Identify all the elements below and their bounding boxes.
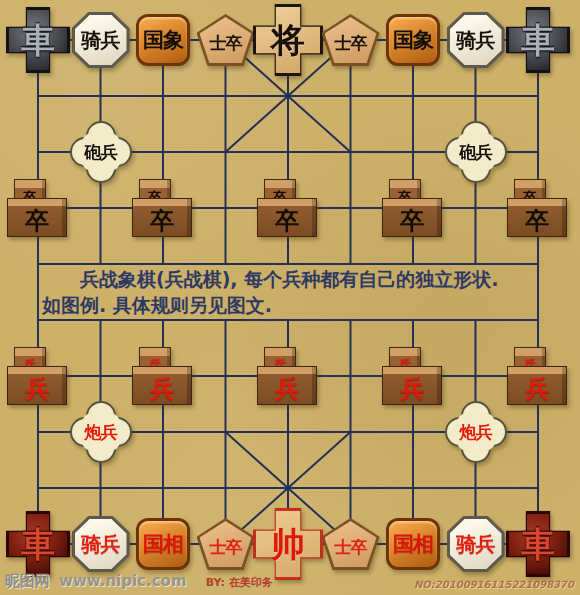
piece-red-chariot[interactable]: 車: [506, 511, 570, 577]
piece-red-elephant[interactable]: 国相: [386, 518, 440, 570]
piece-black-elephant[interactable]: 国象: [136, 14, 190, 66]
author-credit: BY: 在美印务: [206, 576, 273, 589]
piece-black-elephant[interactable]: 国象: [386, 14, 440, 66]
piece-red-guard[interactable]: 士卒: [322, 518, 380, 570]
piece-black-soldier[interactable]: 卒卒: [7, 179, 69, 237]
river-annotation-line2: 如图例. 具体规则另见图文.: [42, 292, 542, 318]
piece-black-soldier[interactable]: 卒卒: [132, 179, 194, 237]
piece-red-soldier[interactable]: 兵兵: [382, 347, 444, 405]
xiangqi-board: 車骑兵国象士卒将士卒国象骑兵車砲兵砲兵卒卒卒卒卒卒卒卒卒卒兵兵兵兵兵兵兵兵兵兵炮…: [0, 0, 580, 595]
river-annotation: 兵战象棋(兵战棋), 每个兵种都有自己的独立形状. 如图例. 具体规则另见图文.: [42, 266, 542, 318]
piece-black-cannon[interactable]: 砲兵: [445, 121, 507, 183]
piece-red-cavalry[interactable]: 骑兵: [72, 516, 130, 572]
piece-black-soldier[interactable]: 卒卒: [257, 179, 319, 237]
piece-red-general[interactable]: 帅: [253, 508, 323, 580]
watermark-site: 昵图网 www.nipic.com BY: 在美印务: [5, 571, 273, 591]
piece-black-guard[interactable]: 士卒: [197, 14, 255, 66]
piece-black-soldier[interactable]: 卒卒: [382, 179, 444, 237]
piece-red-soldier[interactable]: 兵兵: [7, 347, 69, 405]
piece-black-cavalry[interactable]: 骑兵: [447, 12, 505, 68]
piece-red-soldier[interactable]: 兵兵: [132, 347, 194, 405]
piece-black-general[interactable]: 将: [253, 4, 323, 76]
piece-red-cavalry[interactable]: 骑兵: [447, 516, 505, 572]
piece-black-chariot[interactable]: 車: [6, 7, 70, 73]
river-annotation-line1: 兵战象棋(兵战棋), 每个兵种都有自己的独立形状.: [42, 266, 542, 292]
piece-red-cannon[interactable]: 炮兵: [70, 401, 132, 463]
piece-black-chariot[interactable]: 車: [506, 7, 570, 73]
piece-black-guard[interactable]: 士卒: [322, 14, 380, 66]
piece-red-guard[interactable]: 士卒: [197, 518, 255, 570]
piece-red-soldier[interactable]: 兵兵: [257, 347, 319, 405]
watermark-serial: NO:20100916115221098370: [414, 579, 574, 590]
piece-red-cannon[interactable]: 炮兵: [445, 401, 507, 463]
site-logo: 昵图网: [5, 572, 50, 590]
piece-black-cavalry[interactable]: 骑兵: [72, 12, 130, 68]
site-url: www.nipic.com: [59, 572, 186, 590]
piece-red-elephant[interactable]: 国相: [136, 518, 190, 570]
piece-red-chariot[interactable]: 車: [6, 511, 70, 577]
piece-black-soldier[interactable]: 卒卒: [507, 179, 569, 237]
piece-black-cannon[interactable]: 砲兵: [70, 121, 132, 183]
piece-red-soldier[interactable]: 兵兵: [507, 347, 569, 405]
